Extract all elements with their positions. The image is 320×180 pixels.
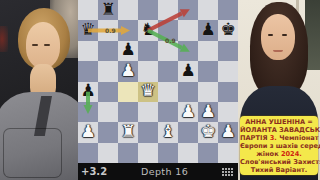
square-f4[interactable] xyxy=(178,82,198,102)
square-e8[interactable] xyxy=(158,0,178,20)
black-pawn-g7: ♟ xyxy=(200,21,215,38)
title-line: Європи з шахів серед xyxy=(240,142,318,150)
square-g6[interactable] xyxy=(198,41,218,61)
engine-depth: Depth 16 xyxy=(107,166,222,177)
square-h3[interactable] xyxy=(218,102,238,122)
title-line: АННА УШЕНІНА = xyxy=(240,118,318,126)
square-c2[interactable]: ♜ xyxy=(118,122,138,142)
white-rook-c2: ♜ xyxy=(120,123,135,140)
square-g5[interactable] xyxy=(198,61,218,81)
square-f5[interactable]: ♟ xyxy=(178,61,198,81)
player-eye xyxy=(44,44,50,46)
player-eye xyxy=(32,44,38,46)
square-d3[interactable] xyxy=(138,102,158,122)
square-c4[interactable] xyxy=(118,82,138,102)
square-a7[interactable]: ♛ xyxy=(78,20,98,40)
square-h5[interactable] xyxy=(218,61,238,81)
square-h4[interactable] xyxy=(218,82,238,102)
square-e7[interactable] xyxy=(158,20,178,40)
square-d8[interactable] xyxy=(138,0,158,20)
square-g8[interactable] xyxy=(198,0,218,20)
white-pawn-g3: ♟ xyxy=(200,103,215,120)
square-a8[interactable] xyxy=(78,0,98,20)
square-h6[interactable] xyxy=(218,41,238,61)
white-pawn-c5: ♟ xyxy=(120,62,135,79)
square-d7[interactable]: ♞ xyxy=(138,20,158,40)
square-a1[interactable] xyxy=(78,143,98,163)
engine-evaluation: +3.2 xyxy=(81,166,107,177)
black-queen-a7: ♛ xyxy=(80,21,95,38)
title-line: ПАРТІЯ 3. Чемпіонат xyxy=(240,134,318,142)
square-e1[interactable] xyxy=(158,143,178,163)
black-pawn-f5: ♟ xyxy=(180,62,195,79)
square-f8[interactable] xyxy=(178,0,198,20)
chess-board[interactable]: ♜♛♞♟♚♟♟♟♟♛♟♟♟♜♝♚♟ xyxy=(78,0,238,163)
square-b7[interactable] xyxy=(98,20,118,40)
thumbnail-stage: ♜♛♞♟♚♟♟♟♟♛♟♟♟♜♝♚♟ 0.90.9 +3.2 Depth 16 А… xyxy=(0,0,320,180)
player-eye xyxy=(282,34,287,36)
square-b2[interactable] xyxy=(98,122,118,142)
chess-board-area: ♜♛♞♟♚♟♟♟♟♛♟♟♟♜♝♚♟ 0.90.9 xyxy=(78,0,238,163)
white-pawn-h2: ♟ xyxy=(220,123,235,140)
square-g7[interactable]: ♟ xyxy=(198,20,218,40)
engine-bar: +3.2 Depth 16 xyxy=(78,163,238,180)
menu-grid-icon[interactable] xyxy=(222,168,233,176)
title-line: ЙОЛАНТА ЗАВАДСЬКА, xyxy=(240,126,318,134)
black-pawn-a4: ♟ xyxy=(80,82,95,99)
square-e4[interactable] xyxy=(158,82,178,102)
title-line: Тихий Варіант. xyxy=(240,166,318,174)
square-f3[interactable]: ♟ xyxy=(178,102,198,122)
square-b4[interactable] xyxy=(98,82,118,102)
black-king-h7: ♚ xyxy=(220,21,235,38)
black-rook-b8: ♜ xyxy=(100,1,115,18)
square-e6[interactable] xyxy=(158,41,178,61)
square-h1[interactable] xyxy=(218,143,238,163)
white-pawn-a2: ♟ xyxy=(80,123,95,140)
square-f7[interactable] xyxy=(178,20,198,40)
black-pawn-c6: ♟ xyxy=(120,41,135,58)
square-h7[interactable]: ♚ xyxy=(218,20,238,40)
square-c3[interactable] xyxy=(118,102,138,122)
black-knight-d7: ♞ xyxy=(140,21,155,38)
square-a6[interactable] xyxy=(78,41,98,61)
square-d1[interactable] xyxy=(138,143,158,163)
square-f6[interactable] xyxy=(178,41,198,61)
square-e3[interactable] xyxy=(158,102,178,122)
square-a3[interactable] xyxy=(78,102,98,122)
square-c5[interactable]: ♟ xyxy=(118,61,138,81)
square-g3[interactable]: ♟ xyxy=(198,102,218,122)
white-bishop-e2: ♝ xyxy=(160,123,175,140)
white-queen-d4: ♛ xyxy=(140,82,155,99)
square-a4[interactable]: ♟ xyxy=(78,82,98,102)
photo-background xyxy=(0,26,8,52)
square-f2[interactable] xyxy=(178,122,198,142)
square-c6[interactable]: ♟ xyxy=(118,41,138,61)
square-b5[interactable] xyxy=(98,61,118,81)
title-line: Слов'янський Захист: xyxy=(240,158,318,166)
square-g1[interactable] xyxy=(198,143,218,163)
square-g2[interactable]: ♚ xyxy=(198,122,218,142)
square-d4[interactable]: ♛ xyxy=(138,82,158,102)
square-b3[interactable] xyxy=(98,102,118,122)
square-b8[interactable]: ♜ xyxy=(98,0,118,20)
square-d5[interactable] xyxy=(138,61,158,81)
square-e5[interactable] xyxy=(158,61,178,81)
title-box: АННА УШЕНІНА =ЙОЛАНТА ЗАВАДСЬКА,ПАРТІЯ 3… xyxy=(240,116,318,175)
ukraine-flag-icon xyxy=(4,129,61,177)
square-c8[interactable] xyxy=(118,0,138,20)
player-eye xyxy=(268,34,273,36)
square-h8[interactable] xyxy=(218,0,238,20)
title-line: жінок 2024. xyxy=(240,150,318,158)
square-f1[interactable] xyxy=(178,143,198,163)
square-c7[interactable] xyxy=(118,20,138,40)
square-d6[interactable] xyxy=(138,41,158,61)
square-g4[interactable] xyxy=(198,82,218,102)
square-e2[interactable]: ♝ xyxy=(158,122,178,142)
square-b6[interactable] xyxy=(98,41,118,61)
white-pawn-f3: ♟ xyxy=(180,103,195,120)
flag-blue-stripe xyxy=(4,129,61,153)
flag-yellow-stripe xyxy=(4,153,61,177)
square-b1[interactable] xyxy=(98,143,118,163)
square-h2[interactable]: ♟ xyxy=(218,122,238,142)
player-mouth xyxy=(273,50,283,52)
white-king-g2: ♚ xyxy=(200,123,215,140)
player-face xyxy=(261,14,295,60)
square-c1[interactable] xyxy=(118,143,138,163)
square-a2[interactable]: ♟ xyxy=(78,122,98,142)
square-a5[interactable] xyxy=(78,61,98,81)
square-d2[interactable] xyxy=(138,122,158,142)
